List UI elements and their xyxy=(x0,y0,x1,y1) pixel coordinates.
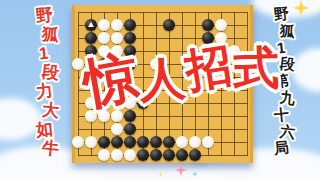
white-stone xyxy=(111,32,123,44)
left-vertical-caption: 野狐1段力大如牛 xyxy=(30,6,64,158)
left-caption-char: 狐 xyxy=(41,24,60,45)
white-stone xyxy=(72,136,84,148)
left-caption-char: 段 xyxy=(41,62,60,83)
black-stone xyxy=(124,123,136,135)
center-title-char: 招 xyxy=(182,42,235,95)
black-stone xyxy=(150,149,162,161)
black-stone xyxy=(124,19,136,31)
white-stone xyxy=(202,136,214,148)
white-stone xyxy=(189,136,201,148)
left-caption-char: 1 xyxy=(38,44,49,64)
right-caption-char: 狐 xyxy=(279,22,296,40)
left-caption-char: 力 xyxy=(35,81,54,102)
black-stone xyxy=(150,136,162,148)
black-stone xyxy=(202,19,214,31)
black-stone xyxy=(163,149,175,161)
black-stone xyxy=(176,149,188,161)
left-caption-char: 如 xyxy=(35,119,54,140)
black-stone xyxy=(124,110,136,122)
black-stone xyxy=(111,136,123,148)
left-caption-char: 牛 xyxy=(41,138,60,159)
black-stone xyxy=(85,32,97,44)
white-stone xyxy=(98,149,110,161)
white-stone xyxy=(215,19,227,31)
white-stone xyxy=(124,149,136,161)
black-stone xyxy=(124,32,136,44)
thumbnail-stage: 野狐1段力大如牛 野狐1段第九十六局 惊人招式 xyxy=(0,0,320,180)
black-stone xyxy=(189,149,201,161)
white-stone xyxy=(111,123,123,135)
center-title-char: 惊 xyxy=(80,49,143,112)
white-stone xyxy=(176,136,188,148)
center-title-char: 人 xyxy=(138,55,186,103)
white-stone xyxy=(98,19,110,31)
black-stone xyxy=(137,136,149,148)
black-stone xyxy=(124,136,136,148)
white-stone xyxy=(111,110,123,122)
white-stone xyxy=(111,149,123,161)
black-stone xyxy=(163,136,175,148)
white-stone xyxy=(111,19,123,31)
last-move-triangle-marker xyxy=(88,22,94,27)
white-stone xyxy=(98,32,110,44)
left-caption-char: 大 xyxy=(41,100,60,121)
white-stone xyxy=(85,136,97,148)
center-title-char: 式 xyxy=(232,44,280,92)
black-stone xyxy=(98,136,110,148)
black-stone xyxy=(137,149,149,161)
right-caption-char: 局 xyxy=(273,140,290,158)
left-caption-char: 野 xyxy=(35,5,54,26)
black-stone xyxy=(163,19,175,31)
